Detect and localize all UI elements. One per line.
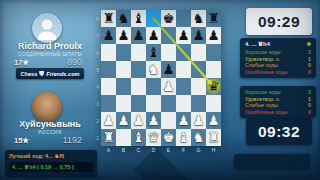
square-b7[interactable]: ♟ [116, 27, 131, 44]
move-stats-panel-top: 4. ... ♛h4 Хорошие ходы3Удовлетвор. х.1С… [240, 38, 316, 78]
black-rook[interactable]: ♜ [207, 12, 219, 26]
move-eval-text: 4. ... ♛h4 ( 0.19 → 0.75 ) [9, 162, 93, 172]
black-pawn[interactable]: ♟ [192, 29, 204, 43]
black-pawn[interactable]: ♟ [177, 29, 189, 43]
rank-label-5: 5 [93, 61, 99, 78]
square-h4[interactable]: ♛ [206, 78, 221, 95]
rank-label-8: 8 [93, 10, 99, 27]
player-rating-bottom: 1192 [63, 135, 82, 145]
file-label-a: A [101, 147, 116, 153]
square-d7[interactable]: ♟ [146, 27, 161, 44]
rank-label-7: 7 [93, 27, 99, 44]
square-g4[interactable] [191, 78, 206, 95]
square-h5[interactable] [206, 61, 221, 78]
square-g2[interactable]: ♟ [191, 112, 206, 129]
square-f1[interactable]: ♝ [176, 129, 191, 146]
square-e3[interactable] [161, 95, 176, 112]
square-g1[interactable]: ♞ [191, 129, 206, 146]
stat-row-0: Хорошие ходы3 [245, 89, 311, 96]
stat-row-1: Удовлетвор. х.1 [245, 96, 311, 103]
square-h1[interactable]: ♜ [206, 129, 221, 146]
black-pawn[interactable]: ♟ [162, 63, 174, 77]
square-d8[interactable] [146, 10, 161, 27]
player-rating-top: 890 [67, 57, 82, 67]
square-a2[interactable]: ♟ [101, 112, 116, 129]
file-label-g: G [191, 147, 206, 153]
square-h2[interactable]: ♟ [206, 112, 221, 129]
square-e5[interactable]: ♟ [161, 61, 176, 78]
stat-value: 0 [308, 109, 311, 115]
left-sidebar: Richard Proulx СОЕДИНЕННЫЕ ШТАТЫ 17★ 890… [0, 0, 100, 180]
bottom-right-bar[interactable] [234, 154, 310, 169]
file-label-d: D [146, 147, 161, 153]
square-b8[interactable]: ♞ [116, 10, 131, 27]
square-h6[interactable] [206, 44, 221, 61]
file-label-b: B [116, 147, 131, 153]
black-pawn[interactable]: ♟ [117, 29, 129, 43]
rank-label-4: 4 [93, 78, 99, 95]
square-g7[interactable]: ♟ [191, 27, 206, 44]
square-a1[interactable]: ♜ [101, 129, 116, 146]
black-pawn[interactable]: ♟ [132, 29, 144, 43]
black-bishop[interactable]: ♝ [132, 12, 144, 26]
white-pawn[interactable]: ♟ [132, 114, 144, 128]
logo-text-left: Chess [20, 71, 37, 77]
clock-bottom: 09:32 [246, 118, 312, 145]
chess-board[interactable]: ♜♞♝♚♞♜♟♟♟♟♟♟♟♝♞♟♟♛♟♟♟♟♟♟♟♜♝♛♚♝♞♜ [101, 10, 221, 146]
square-g5[interactable] [191, 61, 206, 78]
square-g6[interactable] [191, 44, 206, 61]
square-a3[interactable] [101, 95, 116, 112]
stat-value: 0 [308, 102, 311, 108]
stat-value: 0 [308, 69, 311, 75]
square-b1[interactable] [116, 129, 131, 146]
stat-label: Хорошие ходы [245, 49, 281, 55]
square-e1[interactable]: ♚ [161, 129, 176, 146]
square-a7[interactable]: ♟ [101, 27, 116, 44]
stat-value: 0 [308, 62, 311, 68]
logo-text-right: Friends.com [46, 71, 79, 77]
square-c5[interactable] [131, 61, 146, 78]
white-knight[interactable]: ♞ [147, 63, 159, 77]
stat-label: Удовлетвор. х. [245, 56, 280, 62]
player-level-bottom: 15★ [14, 136, 29, 145]
black-bishop[interactable]: ♝ [147, 46, 159, 60]
square-f5[interactable] [176, 61, 191, 78]
square-c3[interactable] [131, 95, 146, 112]
move-stats-panel-bottom: Хорошие ходы3Удовлетвор. х.1Слабые ходы0… [240, 86, 316, 118]
square-b4[interactable] [116, 78, 131, 95]
square-h3[interactable] [206, 95, 221, 112]
white-queen[interactable]: ♛ [147, 131, 159, 145]
square-f2[interactable]: ♟ [176, 112, 191, 129]
analysis-box: Лучший ход: 4... ♞f6 4. ... ♛h4 ( 0.19 →… [5, 150, 97, 177]
stat-row-3: Ошибочные ходы0 [245, 69, 311, 76]
square-c7[interactable]: ♟ [131, 27, 146, 44]
stat-label: Хорошие ходы [245, 89, 281, 95]
white-pawn[interactable]: ♟ [147, 114, 159, 128]
stat-row-0: Хорошие ходы3 [245, 49, 311, 56]
square-h7[interactable]: ♟ [206, 27, 221, 44]
black-pawn[interactable]: ♟ [147, 29, 159, 43]
square-a6[interactable] [101, 44, 116, 61]
square-h8[interactable]: ♜ [206, 10, 221, 27]
white-rook[interactable]: ♜ [207, 131, 219, 145]
square-c1[interactable]: ♝ [131, 129, 146, 146]
black-knight[interactable]: ♞ [192, 12, 204, 26]
white-rook[interactable]: ♜ [102, 131, 114, 145]
stat-value: 3 [308, 49, 311, 55]
stat-row-2: Слабые ходы0 [245, 102, 311, 109]
square-e7[interactable] [161, 27, 176, 44]
white-pawn[interactable]: ♟ [162, 80, 174, 94]
square-e6[interactable] [161, 44, 176, 61]
clock-top: 09:29 [246, 8, 312, 35]
square-a4[interactable] [101, 78, 116, 95]
app-window: Richard Proulx СОЕДИНЕННЫЕ ШТАТЫ 17★ 890… [0, 0, 320, 180]
square-d5[interactable]: ♞ [146, 61, 161, 78]
white-knight[interactable]: ♞ [192, 131, 204, 145]
square-f4[interactable] [176, 78, 191, 95]
square-b6[interactable] [116, 44, 131, 61]
file-labels: ABCDEFGH [101, 147, 221, 153]
square-d1[interactable]: ♛ [146, 129, 161, 146]
stat-row-2: Слабые ходы0 [245, 62, 311, 69]
white-bishop[interactable]: ♝ [132, 131, 144, 145]
move-quality-dot [307, 42, 312, 47]
black-queen[interactable]: ♛ [207, 80, 219, 94]
rank-label-2: 2 [93, 112, 99, 129]
player-name-top[interactable]: Richard Proulx [2, 41, 98, 51]
square-c8[interactable]: ♝ [131, 10, 146, 27]
square-g3[interactable] [191, 95, 206, 112]
stat-value: 3 [308, 89, 311, 95]
white-pawn[interactable]: ♟ [177, 114, 189, 128]
white-king[interactable]: ♚ [162, 131, 174, 145]
black-pawn[interactable]: ♟ [207, 29, 219, 43]
stat-row-3: Ошибочные ходы0 [245, 109, 311, 116]
stat-value: 1 [308, 96, 311, 102]
stat-label: Слабые ходы [245, 62, 278, 68]
white-pawn[interactable]: ♟ [102, 114, 114, 128]
stat-label: Ошибочные ходы [245, 109, 288, 115]
player-name-bottom[interactable]: Хуйсуньвынь [2, 119, 98, 129]
square-c6[interactable] [131, 44, 146, 61]
square-e2[interactable] [161, 112, 176, 129]
square-e8[interactable]: ♚ [161, 10, 176, 27]
player-level-top: 17★ [14, 58, 29, 67]
square-a5[interactable] [101, 61, 116, 78]
square-f6[interactable] [176, 44, 191, 61]
stat-label: Удовлетвор. х. [245, 96, 280, 102]
person-silhouette-icon [32, 13, 62, 43]
square-f8[interactable] [176, 10, 191, 27]
avatar-top-player[interactable] [32, 13, 62, 43]
square-b5[interactable] [116, 61, 131, 78]
square-c2[interactable]: ♟ [131, 112, 146, 129]
last-move-label: 4. ... ♛h4 [245, 41, 270, 47]
white-pawn[interactable]: ♟ [192, 114, 204, 128]
shield-icon [39, 71, 44, 77]
white-pawn[interactable]: ♟ [207, 114, 219, 128]
square-d3[interactable] [146, 95, 161, 112]
file-label-f: F [176, 147, 191, 153]
player-country-top: СОЕДИНЕННЫЕ ШТАТЫ [2, 52, 98, 57]
square-b2[interactable]: ♟ [116, 112, 131, 129]
file-label-h: H [206, 147, 221, 153]
rank-labels: 87654321 [93, 10, 99, 146]
black-pawn[interactable]: ♟ [102, 29, 114, 43]
square-d4[interactable] [146, 78, 161, 95]
square-e4[interactable]: ♟ [161, 78, 176, 95]
square-d6[interactable]: ♝ [146, 44, 161, 61]
square-f7[interactable]: ♟ [176, 27, 191, 44]
square-d2[interactable]: ♟ [146, 112, 161, 129]
stat-label: Ошибочные ходы [245, 69, 288, 75]
stat-label: Слабые ходы [245, 102, 278, 108]
square-c4[interactable] [131, 78, 146, 95]
stat-value: 1 [308, 56, 311, 62]
black-knight[interactable]: ♞ [117, 12, 129, 26]
avatar-bottom-player[interactable] [32, 92, 62, 122]
rank-label-6: 6 [93, 44, 99, 61]
square-a8[interactable]: ♜ [101, 10, 116, 27]
white-bishop[interactable]: ♝ [177, 131, 189, 145]
stat-row-1: Удовлетвор. х.1 [245, 56, 311, 63]
rank-label-1: 1 [93, 129, 99, 146]
square-f3[interactable] [176, 95, 191, 112]
file-label-e: E [161, 147, 176, 153]
chessfriends-logo[interactable]: Chess Friends.com [16, 68, 84, 79]
square-b3[interactable] [116, 95, 131, 112]
square-g8[interactable]: ♞ [191, 10, 206, 27]
best-move-text: Лучший ход: 4... ♞f6 [9, 153, 93, 159]
rank-label-3: 3 [93, 95, 99, 112]
black-rook[interactable]: ♜ [102, 12, 114, 26]
file-label-c: C [131, 147, 146, 153]
black-king[interactable]: ♚ [162, 12, 174, 26]
white-pawn[interactable]: ♟ [117, 114, 129, 128]
player-country-bottom: РОССИЯ [2, 130, 98, 135]
